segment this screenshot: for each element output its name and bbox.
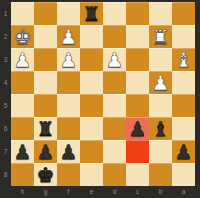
piece-white-king[interactable]: ♚ [11, 25, 34, 48]
file-label: g [34, 186, 57, 198]
square-h3[interactable]: ♟ [11, 48, 34, 71]
square-h4[interactable] [11, 71, 34, 94]
piece-black-pawn[interactable]: ♟ [34, 140, 57, 163]
square-a6[interactable] [172, 117, 195, 140]
piece-black-pawn[interactable]: ♟ [126, 117, 149, 140]
file-label: d [103, 186, 126, 198]
rank-label: 5 [0, 94, 11, 117]
square-b1[interactable] [149, 2, 172, 25]
square-b8[interactable] [149, 163, 172, 186]
square-e1[interactable]: ♜ [80, 2, 103, 25]
square-g2[interactable] [34, 25, 57, 48]
file-label: e [80, 186, 103, 198]
square-d5[interactable] [103, 94, 126, 117]
square-a1[interactable] [172, 2, 195, 25]
piece-white-pawn[interactable]: ♟ [149, 71, 172, 94]
square-g3[interactable] [34, 48, 57, 71]
square-c7[interactable] [126, 140, 149, 163]
square-c1[interactable] [126, 2, 149, 25]
rank-labels: 12345678 [0, 2, 11, 186]
piece-black-rook[interactable]: ♜ [80, 2, 103, 25]
square-b2[interactable]: ♜ [149, 25, 172, 48]
square-f8[interactable] [57, 163, 80, 186]
file-label: a [172, 186, 195, 198]
square-b3[interactable] [149, 48, 172, 71]
square-c5[interactable] [126, 94, 149, 117]
file-label: c [126, 186, 149, 198]
piece-black-king[interactable]: ♚ [34, 163, 57, 186]
file-labels: hgfedcba [11, 186, 195, 198]
piece-black-pawn[interactable]: ♟ [11, 140, 34, 163]
piece-white-bishop[interactable]: ♝ [172, 48, 195, 71]
square-c6[interactable]: ♟ [126, 117, 149, 140]
square-c4[interactable] [126, 71, 149, 94]
square-g4[interactable] [34, 71, 57, 94]
square-b7[interactable] [149, 140, 172, 163]
square-e2[interactable] [80, 25, 103, 48]
board-frame: 12345678 ♜♚♟♜♟♟♟♝♟♜♟♝♟♟♟♟♚ hgfedcba [0, 0, 200, 198]
square-h5[interactable] [11, 94, 34, 117]
square-h7[interactable]: ♟ [11, 140, 34, 163]
file-label: f [57, 186, 80, 198]
square-d4[interactable] [103, 71, 126, 94]
square-e4[interactable] [80, 71, 103, 94]
square-d7[interactable] [103, 140, 126, 163]
square-e6[interactable] [80, 117, 103, 140]
square-f1[interactable] [57, 2, 80, 25]
chess-board[interactable]: ♜♚♟♜♟♟♟♝♟♜♟♝♟♟♟♟♚ [11, 2, 195, 186]
square-d6[interactable] [103, 117, 126, 140]
rank-label: 6 [0, 117, 11, 140]
square-c2[interactable] [126, 25, 149, 48]
square-g8[interactable]: ♚ [34, 163, 57, 186]
square-a4[interactable] [172, 71, 195, 94]
square-a3[interactable]: ♝ [172, 48, 195, 71]
square-a2[interactable] [172, 25, 195, 48]
square-b5[interactable] [149, 94, 172, 117]
square-h2[interactable]: ♚ [11, 25, 34, 48]
square-e5[interactable] [80, 94, 103, 117]
square-a8[interactable] [172, 163, 195, 186]
square-g1[interactable] [34, 2, 57, 25]
square-h1[interactable] [11, 2, 34, 25]
square-h8[interactable] [11, 163, 34, 186]
rank-label: 2 [0, 25, 11, 48]
square-h6[interactable] [11, 117, 34, 140]
square-e3[interactable] [80, 48, 103, 71]
square-c3[interactable] [126, 48, 149, 71]
square-g6[interactable]: ♜ [34, 117, 57, 140]
square-f7[interactable]: ♟ [57, 140, 80, 163]
square-a5[interactable] [172, 94, 195, 117]
square-f4[interactable] [57, 71, 80, 94]
square-d3[interactable]: ♟ [103, 48, 126, 71]
square-d8[interactable] [103, 163, 126, 186]
file-label: h [11, 186, 34, 198]
piece-white-pawn[interactable]: ♟ [57, 48, 80, 71]
square-f2[interactable]: ♟ [57, 25, 80, 48]
square-a7[interactable]: ♟ [172, 140, 195, 163]
piece-white-pawn[interactable]: ♟ [57, 25, 80, 48]
square-b4[interactable]: ♟ [149, 71, 172, 94]
square-d2[interactable] [103, 25, 126, 48]
rank-label: 3 [0, 48, 11, 71]
piece-white-rook[interactable]: ♜ [149, 25, 172, 48]
square-f6[interactable] [57, 117, 80, 140]
square-e7[interactable] [80, 140, 103, 163]
rank-label: 4 [0, 71, 11, 94]
file-label: b [149, 186, 172, 198]
square-f3[interactable]: ♟ [57, 48, 80, 71]
piece-white-pawn[interactable]: ♟ [103, 48, 126, 71]
piece-white-pawn[interactable]: ♟ [11, 48, 34, 71]
rank-label: 1 [0, 2, 11, 25]
piece-black-pawn[interactable]: ♟ [57, 140, 80, 163]
square-g7[interactable]: ♟ [34, 140, 57, 163]
square-f5[interactable] [57, 94, 80, 117]
square-g5[interactable] [34, 94, 57, 117]
square-b6[interactable]: ♝ [149, 117, 172, 140]
rank-label: 7 [0, 140, 11, 163]
rank-label: 8 [0, 163, 11, 186]
square-c8[interactable] [126, 163, 149, 186]
square-d1[interactable] [103, 2, 126, 25]
piece-black-bishop[interactable]: ♝ [149, 117, 172, 140]
square-e8[interactable] [80, 163, 103, 186]
piece-black-pawn[interactable]: ♟ [172, 140, 195, 163]
piece-black-rook[interactable]: ♜ [34, 117, 57, 140]
